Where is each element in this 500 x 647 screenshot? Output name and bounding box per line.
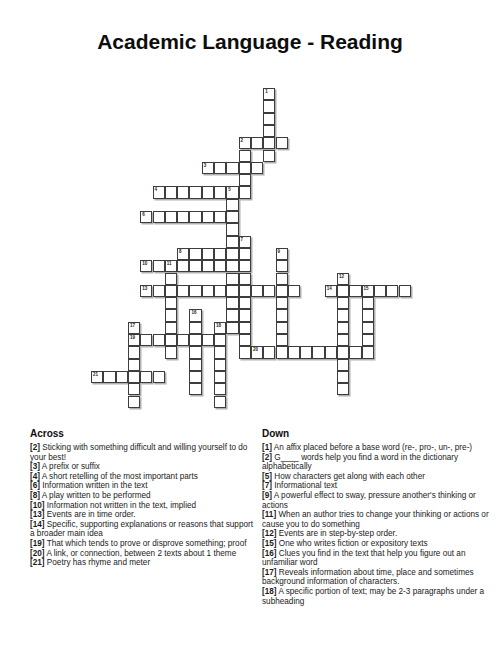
cell-r16c24[interactable] [386,285,398,297]
down-clue-2: [2] G____ words help you find a word in … [262,453,490,472]
clue-number-3: 3 [204,163,207,168]
cell-r13c10[interactable] [214,248,226,260]
cell-r6c9[interactable]: 3 [202,162,214,174]
cell-r13c7[interactable]: 8 [177,248,189,260]
cell-r23c5[interactable] [153,371,165,383]
cell-r6c13[interactable] [251,162,263,174]
clue-number-1: 1 [265,89,268,94]
crossword-page: Academic Language - Reading 123456789101… [0,0,500,647]
cell-r24c10[interactable] [214,383,226,395]
clue-number-20: 20 [253,347,258,352]
clue-number-8: 8 [179,249,182,254]
cell-r16c8[interactable] [189,285,201,297]
cell-r21c21[interactable] [349,346,361,358]
cell-r17c15[interactable] [276,297,288,309]
cell-r22c20[interactable] [337,359,349,371]
cell-r20c5[interactable] [153,334,165,346]
across-clue-21: [21] Poetry has rhyme and meter [30,558,258,568]
cell-r24c20[interactable] [337,383,349,395]
cell-r23c1[interactable] [103,371,115,383]
clue-number-7: 7 [241,237,244,242]
cell-r21c8[interactable] [189,346,201,358]
cell-r14c5[interactable] [153,260,165,272]
cell-r24c3[interactable] [128,383,140,395]
cell-r20c15[interactable] [276,334,288,346]
down-clue-list: [1] An affix placed before a base word (… [262,443,490,606]
cell-r19c20[interactable] [337,322,349,334]
across-clue-3: [3] A prefix or suffix [30,462,258,472]
cell-r16c5[interactable] [153,285,165,297]
cell-r23c4[interactable] [140,371,152,383]
cell-r17c22[interactable] [362,297,374,309]
cell-r5c14[interactable] [263,150,275,162]
cell-r15c15[interactable] [276,273,288,285]
cell-r14c15[interactable] [276,260,288,272]
cell-r4c13[interactable] [251,137,263,149]
cell-r10c7[interactable] [177,211,189,223]
cell-r10c8[interactable] [189,211,201,223]
cell-r13c12[interactable] [239,248,251,260]
cell-r20c10[interactable] [214,334,226,346]
clue-number-17: 17 [130,323,135,328]
cell-r17c6[interactable] [165,297,177,309]
cell-r21c13[interactable]: 20 [251,346,263,358]
cell-r2c14[interactable] [263,113,275,125]
cell-r20c3[interactable]: 19 [128,334,140,346]
cell-r8c11[interactable]: 5 [226,186,238,198]
cell-r5c12[interactable] [239,150,251,162]
cell-r18c6[interactable] [165,309,177,321]
cell-r16c21[interactable] [349,285,361,297]
cell-r19c6[interactable] [165,322,177,334]
cell-r19c15[interactable] [276,322,288,334]
clue-number-21: 21 [93,372,98,377]
cell-r16c6[interactable] [165,285,177,297]
across-clue-19: [19] That which tends to prove or dispro… [30,539,258,549]
cell-r16c15[interactable] [276,285,288,297]
cell-r4c12[interactable]: 2 [239,137,251,149]
cell-r18c22[interactable] [362,309,374,321]
cell-r18c12[interactable] [239,309,251,321]
cell-r20c6[interactable] [165,334,177,346]
cell-r18c20[interactable] [337,309,349,321]
cell-r6c12[interactable] [239,162,251,174]
cell-r13c11[interactable] [226,248,238,260]
cell-r16c25[interactable] [399,285,411,297]
down-clue-12: [12] Events are in step-by-step order. [262,529,490,539]
cell-r19c12[interactable] [239,322,251,334]
cell-r8c5[interactable]: 4 [153,186,165,198]
down-clue-9: [9] A powerful effect to sway, pressure … [262,491,490,510]
cell-r16c20[interactable] [337,285,349,297]
clue-number-11: 11 [167,261,172,266]
cell-r8c7[interactable] [177,186,189,198]
down-clue-1: [1] An affix placed before a base word (… [262,443,490,453]
cell-r12c12[interactable]: 7 [239,236,251,248]
cell-r19c10[interactable]: 18 [214,322,226,334]
cell-r3c14[interactable] [263,125,275,137]
across-clue-14: [14] Specific, supporting explanations o… [30,520,258,539]
cell-r8c9[interactable] [202,186,214,198]
cell-r14c4[interactable]: 10 [140,260,152,272]
cell-r14c10[interactable] [214,260,226,272]
down-clue-18: [18] A specific portion of text; may be … [262,587,490,606]
clue-number-15: 15 [364,286,369,291]
cell-r4c15[interactable] [276,137,288,149]
clue-number-12: 12 [339,274,344,279]
cell-r13c9[interactable] [202,248,214,260]
cell-r15c20[interactable]: 12 [337,273,349,285]
down-clue-11: [11] When an author tries to change your… [262,510,490,529]
cell-r21c12[interactable] [239,346,251,358]
cell-r13c8[interactable] [189,248,201,260]
cell-r16c11[interactable] [226,285,238,297]
clue-number-18: 18 [216,323,221,328]
cell-r18c8[interactable]: 16 [189,309,201,321]
cell-r18c11[interactable] [226,309,238,321]
cell-r20c8[interactable] [189,334,201,346]
cell-r10c6[interactable] [165,211,177,223]
clue-number-4: 4 [155,187,158,192]
cell-r10c4[interactable]: 6 [140,211,152,223]
across-clues-column: Across [2] Sticking with something diffi… [30,428,258,568]
cell-r7c12[interactable] [239,174,251,186]
cell-r21c19[interactable] [325,346,337,358]
cell-r21c10[interactable] [214,346,226,358]
cell-r14c12[interactable] [239,260,251,272]
cell-r10c9[interactable] [202,211,214,223]
cell-r22c3[interactable] [128,359,140,371]
cell-r18c15[interactable] [276,309,288,321]
down-clue-7: [7] Informational text [262,481,490,491]
clue-number-10: 10 [142,261,147,266]
cell-r22c8[interactable] [189,359,201,371]
clue-number-13: 13 [142,286,147,291]
cell-r19c11[interactable] [226,322,238,334]
cell-r25c3[interactable] [128,396,140,408]
clue-number-16: 16 [191,310,196,315]
cell-r14c6[interactable]: 11 [165,260,177,272]
cell-r13c15[interactable]: 9 [276,248,288,260]
cell-r21c3[interactable] [128,346,140,358]
cell-r15c12[interactable] [239,273,251,285]
cell-r16c10[interactable] [214,285,226,297]
down-clue-5: [5] How characters get along with each o… [262,472,490,482]
cell-r20c20[interactable] [337,334,349,346]
cell-r20c4[interactable] [140,334,152,346]
cell-r12c11[interactable] [226,236,238,248]
cell-r20c12[interactable] [239,334,251,346]
across-clue-list: [2] Sticking with something difficult an… [30,443,258,568]
cell-r14c7[interactable] [177,260,189,272]
cell-r14c11[interactable] [226,260,238,272]
cell-r23c3[interactable] [128,371,140,383]
cell-r15c11[interactable] [226,273,238,285]
cell-r23c0[interactable]: 21 [91,371,103,383]
down-clue-17: [17] Reveals information about time, pla… [262,568,490,587]
cell-r8c8[interactable] [189,186,201,198]
cell-r1c14[interactable] [263,100,275,112]
cell-r20c22[interactable] [362,334,374,346]
cell-r24c8[interactable] [189,383,201,395]
cell-r20c9[interactable] [202,334,214,346]
cell-r4c14[interactable] [263,137,275,149]
clue-number-6: 6 [142,212,145,217]
cell-r19c8[interactable] [189,322,201,334]
cell-r16c12[interactable] [239,285,251,297]
cell-r16c9[interactable] [202,285,214,297]
cell-r9c11[interactable] [226,199,238,211]
cell-r11c11[interactable] [226,223,238,235]
cell-r19c3[interactable]: 17 [128,322,140,334]
crossword-grid: 123456789101112131415161718192021 [91,88,411,408]
down-clue-16: [16] Clues you find in the text that hel… [262,549,490,568]
clue-number-14: 14 [327,286,332,291]
cell-r10c11[interactable] [226,211,238,223]
cell-r16c16[interactable] [288,285,300,297]
cell-r16c22[interactable]: 15 [362,285,374,297]
cell-r19c22[interactable] [362,322,374,334]
cell-r14c9[interactable] [202,260,214,272]
cell-r25c10[interactable] [214,396,226,408]
cell-r8c6[interactable] [165,186,177,198]
across-clue-6: [6] Information written in the text [30,481,258,491]
cell-r10c5[interactable] [153,211,165,223]
down-clues-column: Down [1] An affix placed before a base w… [262,428,490,606]
cell-r21c14[interactable] [263,346,275,358]
across-clue-4: [4] A short retelling of the most import… [30,472,258,482]
cell-r21c17[interactable] [300,346,312,358]
cell-r16c4[interactable]: 13 [140,285,152,297]
cell-r16c19[interactable]: 14 [325,285,337,297]
cell-r21c18[interactable] [312,346,324,358]
down-clue-15: [15] One who writes fiction or expositor… [262,539,490,549]
cell-r23c2[interactable] [116,371,128,383]
across-clue-13: [13] Events are in time order. [30,510,258,520]
cell-r21c22[interactable] [362,346,374,358]
cell-r23c20[interactable] [337,371,349,383]
across-clue-2: [2] Sticking with something difficult an… [30,443,258,462]
across-clue-20: [20] A link, or connection, between 2 te… [30,549,258,559]
cell-r17c11[interactable] [226,297,238,309]
cell-r21c20[interactable] [337,346,349,358]
clue-number-2: 2 [241,138,244,143]
cell-r15c6[interactable] [165,273,177,285]
clue-number-9: 9 [278,249,281,254]
cell-r16c14[interactable] [263,285,275,297]
cell-r6c11[interactable] [226,162,238,174]
cell-r8c12[interactable] [239,186,251,198]
cell-r16c13[interactable] [251,285,263,297]
across-clue-10: [10] Information not written in the text… [30,501,258,511]
cell-r8c10[interactable] [214,186,226,198]
across-clue-8: [8] A play written to be performed [30,491,258,501]
down-header: Down [262,428,490,439]
cell-r16c7[interactable] [177,285,189,297]
cell-r21c16[interactable] [288,346,300,358]
clue-number-19: 19 [130,335,135,340]
clue-number-5: 5 [228,187,231,192]
cell-r21c15[interactable] [276,346,288,358]
cell-r10c10[interactable] [214,211,226,223]
cell-r23c8[interactable] [189,371,201,383]
cell-r20c7[interactable] [177,334,189,346]
page-title: Academic Language - Reading [0,30,500,54]
cell-r22c10[interactable] [214,359,226,371]
cell-r21c6[interactable] [165,346,177,358]
cell-r23c10[interactable] [214,371,226,383]
cell-r17c20[interactable] [337,297,349,309]
cell-r14c8[interactable] [189,260,201,272]
cell-r17c12[interactable] [239,297,251,309]
across-header: Across [30,428,258,439]
cell-r0c14[interactable]: 1 [263,88,275,100]
cell-r16c23[interactable] [374,285,386,297]
cell-r6c10[interactable] [214,162,226,174]
